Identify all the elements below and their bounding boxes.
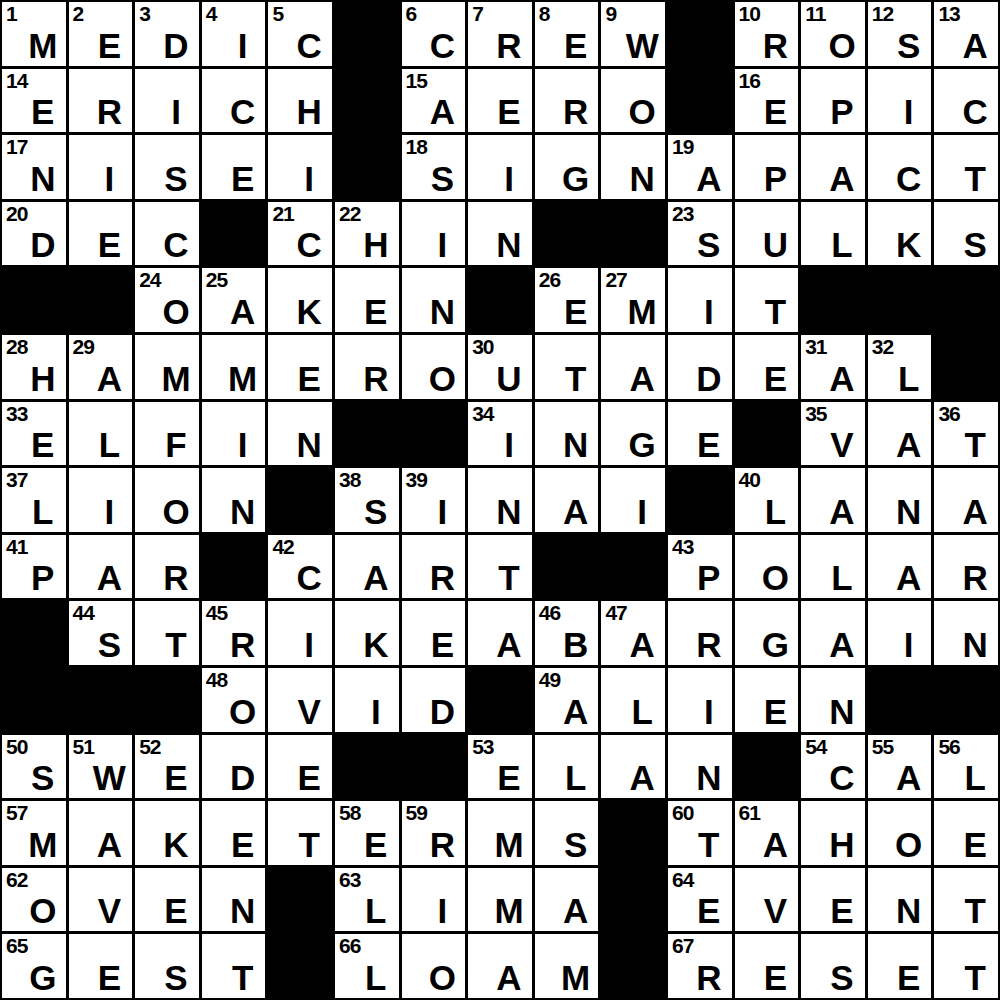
black-cell — [335, 735, 399, 799]
crossword-cell[interactable]: O — [735, 535, 799, 599]
clue-number: 7 — [472, 3, 483, 24]
crossword-cell[interactable]: 22H — [335, 202, 399, 266]
crossword-cell[interactable]: E — [735, 934, 799, 998]
crossword-cell[interactable]: 13A — [934, 2, 998, 66]
crossword-cell[interactable]: S — [135, 135, 199, 199]
crossword-cell[interactable]: H — [801, 801, 865, 865]
crossword-cell[interactable]: E — [735, 668, 799, 732]
cell-letter: N — [211, 494, 266, 529]
crossword-cell[interactable]: E — [402, 601, 466, 665]
crossword-cell[interactable]: 31A — [801, 335, 865, 399]
crossword-cell[interactable]: T — [135, 601, 199, 665]
crossword-cell[interactable]: I — [135, 69, 199, 133]
cell-letter: N — [544, 427, 599, 462]
cell-letter: E — [744, 94, 799, 129]
crossword-cell[interactable]: 18S — [402, 135, 466, 199]
clue-number: 28 — [6, 336, 27, 357]
crossword-cell[interactable]: C — [202, 69, 266, 133]
crossword-cell[interactable]: R — [535, 69, 599, 133]
cell-letter: A — [877, 427, 932, 462]
crossword-cell[interactable]: E — [934, 801, 998, 865]
clue-number: 18 — [406, 136, 427, 157]
cell-letter: C — [877, 161, 932, 196]
crossword-cell[interactable]: V — [69, 868, 133, 932]
clue-number: 32 — [872, 336, 893, 357]
cell-letter: M — [477, 827, 532, 862]
black-cell — [468, 268, 532, 332]
cell-letter: E — [544, 28, 599, 63]
black-cell — [468, 668, 532, 732]
crossword-cell[interactable]: A — [535, 468, 599, 532]
crossword-cell[interactable]: R — [934, 535, 998, 599]
crossword-cell[interactable]: 50S — [2, 735, 66, 799]
crossword-cell[interactable]: 46B — [535, 601, 599, 665]
cell-letter: A — [877, 760, 932, 795]
crossword-cell[interactable]: E — [468, 69, 532, 133]
black-cell — [335, 402, 399, 466]
crossword-cell[interactable]: T — [934, 934, 998, 998]
cell-letter: R — [943, 560, 998, 595]
crossword-cell[interactable]: C — [934, 69, 998, 133]
crossword-cell[interactable]: H — [268, 69, 332, 133]
cell-letter: O — [144, 294, 199, 329]
crossword-cell[interactable]: 56L — [934, 735, 998, 799]
crossword-cell[interactable]: 65G — [2, 934, 66, 998]
crossword-cell[interactable]: L — [69, 402, 133, 466]
clue-number: 19 — [672, 136, 693, 157]
black-cell — [868, 668, 932, 732]
crossword-cell[interactable]: 5C — [268, 2, 332, 66]
crossword-cell[interactable]: E — [735, 335, 799, 399]
cell-letter: I — [411, 227, 466, 262]
cell-letter: L — [810, 560, 865, 595]
cell-letter: M — [11, 827, 66, 862]
clue-number: 56 — [938, 736, 959, 757]
crossword-cell[interactable]: 34I — [468, 402, 532, 466]
cell-letter: L — [344, 893, 399, 928]
crossword-cell[interactable]: 25A — [202, 268, 266, 332]
crossword-cell[interactable]: R — [135, 535, 199, 599]
cell-letter: M — [544, 960, 599, 995]
cell-letter: G — [744, 627, 799, 662]
crossword-cell[interactable]: 8E — [535, 2, 599, 66]
crossword-cell[interactable]: I — [402, 202, 466, 266]
crossword-cell[interactable]: M — [468, 801, 532, 865]
crossword-cell[interactable]: L — [601, 668, 665, 732]
crossword-cell[interactable]: N — [801, 668, 865, 732]
cell-letter: I — [277, 627, 332, 662]
cell-letter: E — [277, 760, 332, 795]
crossword-cell[interactable]: G — [601, 402, 665, 466]
crossword-cell[interactable]: K — [335, 601, 399, 665]
clue-number: 34 — [472, 403, 493, 424]
crossword-cell[interactable]: 16E — [735, 69, 799, 133]
crossword-cell[interactable]: 61A — [735, 801, 799, 865]
clue-number: 22 — [339, 203, 360, 224]
crossword-cell[interactable]: T — [468, 535, 532, 599]
crossword-cell[interactable]: N — [868, 468, 932, 532]
clue-number: 25 — [206, 269, 227, 290]
crossword-cell[interactable]: P — [801, 69, 865, 133]
crossword-cell[interactable]: R — [69, 69, 133, 133]
crossword-cell[interactable]: C — [135, 202, 199, 266]
cell-letter: A — [877, 560, 932, 595]
crossword-cell[interactable]: 47A — [601, 601, 665, 665]
clue-number: 37 — [6, 469, 27, 490]
crossword-cell[interactable]: E — [268, 335, 332, 399]
crossword-cell[interactable]: 62O — [2, 868, 66, 932]
crossword-cell[interactable]: T — [202, 934, 266, 998]
crossword-cell[interactable]: A — [801, 601, 865, 665]
cell-letter: A — [744, 827, 799, 862]
cell-letter: T — [477, 560, 532, 595]
crossword-cell[interactable]: 53E — [468, 735, 532, 799]
cell-letter: R — [344, 361, 399, 396]
crossword-cell[interactable]: E — [69, 934, 133, 998]
crossword-cell[interactable]: 1M — [2, 2, 66, 66]
crossword-cell[interactable]: C — [868, 135, 932, 199]
cell-letter: T — [943, 893, 998, 928]
crossword-cell[interactable]: A — [801, 135, 865, 199]
crossword-cell[interactable]: 36T — [934, 402, 998, 466]
clue-number: 1 — [6, 3, 17, 24]
crossword-cell[interactable]: D — [202, 735, 266, 799]
crossword-cell[interactable]: T — [934, 135, 998, 199]
crossword-cell[interactable]: S — [535, 801, 599, 865]
crossword-cell[interactable]: I — [202, 402, 266, 466]
crossword-cell[interactable]: E — [69, 202, 133, 266]
crossword-cell[interactable]: 37L — [2, 468, 66, 532]
crossword-cell[interactable]: I — [868, 601, 932, 665]
crossword-cell[interactable]: A — [601, 735, 665, 799]
crossword-cell[interactable]: E — [135, 868, 199, 932]
crossword-cell[interactable]: G — [735, 601, 799, 665]
crossword-cell[interactable]: N — [668, 735, 732, 799]
cell-letter: E — [544, 294, 599, 329]
cell-letter: A — [78, 361, 133, 396]
clue-number: 9 — [605, 3, 616, 24]
cell-letter: R — [677, 627, 732, 662]
crossword-cell[interactable]: N — [601, 135, 665, 199]
crossword-cell[interactable]: N — [868, 868, 932, 932]
clue-number: 62 — [6, 869, 27, 890]
crossword-cell[interactable]: N — [535, 402, 599, 466]
crossword-cell[interactable]: I — [668, 668, 732, 732]
clue-number: 46 — [539, 602, 560, 623]
crossword-cell[interactable]: A — [934, 468, 998, 532]
black-cell — [668, 69, 732, 133]
cell-letter: V — [744, 893, 799, 928]
crossword-cell[interactable]: A — [69, 535, 133, 599]
black-cell — [934, 335, 998, 399]
clue-number: 38 — [339, 469, 360, 490]
crossword-cell[interactable]: 29A — [69, 335, 133, 399]
cell-letter: S — [144, 960, 199, 995]
cell-letter: C — [277, 560, 332, 595]
crossword-cell[interactable]: S — [934, 202, 998, 266]
crossword-cell[interactable]: 11O — [801, 2, 865, 66]
cell-letter: A — [943, 494, 998, 529]
cell-letter: O — [744, 560, 799, 595]
crossword-cell[interactable]: 63L — [335, 868, 399, 932]
cell-letter: L — [744, 494, 799, 529]
cell-letter: L — [544, 760, 599, 795]
cell-letter: B — [544, 627, 599, 662]
crossword-cell[interactable]: 55A — [868, 735, 932, 799]
cell-letter: E — [744, 960, 799, 995]
crossword-cell[interactable]: S — [135, 934, 199, 998]
crossword-cell[interactable]: E — [335, 268, 399, 332]
crossword-cell[interactable]: T — [535, 335, 599, 399]
clue-number: 36 — [938, 403, 959, 424]
crossword-cell[interactable]: K — [268, 268, 332, 332]
crossword-cell[interactable]: O — [601, 69, 665, 133]
cell-letter: T — [943, 960, 998, 995]
crossword-cell[interactable]: N — [468, 468, 532, 532]
crossword-cell[interactable]: E — [268, 735, 332, 799]
clue-number: 4 — [206, 3, 217, 24]
crossword-cell[interactable]: 45R — [202, 601, 266, 665]
crossword-cell[interactable]: M — [535, 934, 599, 998]
cell-letter: A — [677, 161, 732, 196]
crossword-cell[interactable]: R — [668, 601, 732, 665]
black-cell — [601, 202, 665, 266]
crossword-cell[interactable]: 7R — [468, 2, 532, 66]
crossword-cell[interactable]: I — [268, 601, 332, 665]
cell-letter: O — [144, 494, 199, 529]
crossword-cell[interactable]: 6C — [402, 2, 466, 66]
crossword-cell[interactable]: 4I — [202, 2, 266, 66]
crossword-cell[interactable]: I — [335, 668, 399, 732]
crossword-cell[interactable]: R — [335, 335, 399, 399]
cell-letter: S — [344, 494, 399, 529]
clue-number: 57 — [6, 802, 27, 823]
crossword-cell[interactable]: 48O — [202, 668, 266, 732]
crossword-cell[interactable]: L — [801, 202, 865, 266]
crossword-cell[interactable]: O — [402, 934, 466, 998]
crossword-cell[interactable]: 54C — [801, 735, 865, 799]
crossword-cell[interactable]: 58E — [335, 801, 399, 865]
cell-letter: H — [11, 361, 66, 396]
crossword-cell[interactable]: N — [934, 601, 998, 665]
black-cell — [934, 668, 998, 732]
cell-letter: O — [11, 893, 66, 928]
cell-letter: A — [610, 627, 665, 662]
crossword-cell[interactable]: 33E — [2, 402, 66, 466]
crossword-cell[interactable]: T — [268, 801, 332, 865]
crossword-cell[interactable]: 26E — [535, 268, 599, 332]
clue-number: 54 — [805, 736, 826, 757]
crossword-cell[interactable]: 24O — [135, 268, 199, 332]
cell-letter: L — [344, 960, 399, 995]
crossword-cell[interactable]: A — [535, 868, 599, 932]
crossword-cell[interactable]: L — [801, 535, 865, 599]
crossword-cell[interactable]: D — [668, 335, 732, 399]
cell-letter: I — [677, 694, 732, 729]
crossword-cell[interactable]: 19A — [668, 135, 732, 199]
crossword-cell[interactable]: N — [468, 202, 532, 266]
crossword-cell[interactable]: L — [535, 735, 599, 799]
crossword-cell[interactable]: N — [268, 402, 332, 466]
crossword-cell[interactable]: 67R — [668, 934, 732, 998]
cell-letter: A — [78, 827, 133, 862]
crossword-cell[interactable]: A — [468, 934, 532, 998]
cell-letter: U — [744, 227, 799, 262]
crossword-cell[interactable]: M — [202, 335, 266, 399]
crossword-cell[interactable]: E — [202, 135, 266, 199]
crossword-cell[interactable]: F — [135, 402, 199, 466]
crossword-cell[interactable]: 10R — [735, 2, 799, 66]
cell-letter: I — [78, 494, 133, 529]
clue-number: 49 — [539, 669, 560, 690]
crossword-cell[interactable]: T — [934, 868, 998, 932]
cell-letter: K — [144, 827, 199, 862]
cell-letter: V — [277, 694, 332, 729]
crossword-cell[interactable]: S — [801, 934, 865, 998]
crossword-cell[interactable]: 2E — [69, 2, 133, 66]
crossword-cell[interactable]: 59R — [402, 801, 466, 865]
crossword-cell[interactable]: V — [268, 668, 332, 732]
crossword-cell[interactable]: 30U — [468, 335, 532, 399]
cell-letter: I — [477, 161, 532, 196]
crossword-cell[interactable]: 49A — [535, 668, 599, 732]
crossword-cell[interactable]: 52E — [135, 735, 199, 799]
clue-number: 30 — [472, 336, 493, 357]
crossword-cell[interactable]: 28H — [2, 335, 66, 399]
clue-number: 63 — [339, 869, 360, 890]
cell-letter: E — [277, 361, 332, 396]
crossword-cell[interactable]: A — [69, 801, 133, 865]
crossword-cell[interactable]: I — [268, 135, 332, 199]
crossword-cell[interactable]: O — [402, 335, 466, 399]
crossword-cell[interactable]: 17N — [2, 135, 66, 199]
crossword-cell[interactable]: D — [402, 668, 466, 732]
crossword-cell[interactable]: M — [468, 868, 532, 932]
crossword-cell[interactable]: 35V — [801, 402, 865, 466]
crossword-cell[interactable]: 21C — [268, 202, 332, 266]
crossword-cell[interactable]: 9W — [601, 2, 665, 66]
crossword-cell[interactable]: 32L — [868, 335, 932, 399]
crossword-cell[interactable]: O — [135, 468, 199, 532]
crossword-cell[interactable]: O — [868, 801, 932, 865]
crossword-cell[interactable]: A — [868, 535, 932, 599]
crossword-cell[interactable]: 14E — [2, 69, 66, 133]
cell-letter: M — [11, 28, 66, 63]
crossword-cell[interactable]: T — [735, 268, 799, 332]
cell-letter: E — [11, 94, 66, 129]
crossword-cell[interactable]: K — [135, 801, 199, 865]
black-cell — [335, 2, 399, 66]
clue-number: 44 — [73, 602, 94, 623]
cell-letter: I — [211, 28, 266, 63]
crossword-cell[interactable]: I — [468, 135, 532, 199]
cell-letter: H — [810, 827, 865, 862]
cell-letter: I — [411, 494, 466, 529]
black-cell — [601, 535, 665, 599]
crossword-cell[interactable]: 15A — [402, 69, 466, 133]
crossword-cell[interactable]: I — [402, 868, 466, 932]
crossword-cell[interactable]: I — [668, 268, 732, 332]
crossword-cell[interactable]: 64E — [668, 868, 732, 932]
cell-letter: S — [144, 161, 199, 196]
cell-letter: A — [810, 161, 865, 196]
crossword-cell[interactable]: E — [202, 801, 266, 865]
crossword-cell[interactable]: 20D — [2, 202, 66, 266]
crossword-cell[interactable]: 40L — [735, 468, 799, 532]
cell-letter: L — [11, 494, 66, 529]
crossword-cell[interactable]: A — [868, 402, 932, 466]
crossword-cell[interactable]: I — [868, 69, 932, 133]
crossword-cell[interactable]: A — [601, 335, 665, 399]
crossword-cell[interactable]: 12S — [868, 2, 932, 66]
cell-letter: W — [78, 760, 133, 795]
cell-letter: A — [610, 361, 665, 396]
cell-letter: E — [144, 893, 199, 928]
cell-letter: L — [610, 694, 665, 729]
crossword-cell[interactable]: A — [468, 601, 532, 665]
cell-letter: R — [544, 94, 599, 129]
cell-letter: D — [144, 28, 199, 63]
crossword-cell[interactable]: N — [202, 468, 266, 532]
crossword-cell[interactable]: N — [402, 268, 466, 332]
crossword-cell[interactable]: E — [668, 402, 732, 466]
cell-letter: P — [677, 560, 732, 595]
crossword-cell[interactable]: I — [601, 468, 665, 532]
crossword-cell[interactable]: 42C — [268, 535, 332, 599]
crossword-cell[interactable]: 44S — [69, 601, 133, 665]
crossword-cell[interactable]: 38S — [335, 468, 399, 532]
cell-letter: P — [810, 94, 865, 129]
crossword-cell[interactable]: 23S — [668, 202, 732, 266]
crossword-cell[interactable]: 41P — [2, 535, 66, 599]
crossword-cell[interactable]: A — [335, 535, 399, 599]
cell-letter: N — [810, 694, 865, 729]
crossword-cell[interactable]: 3D — [135, 2, 199, 66]
crossword-cell[interactable]: 57M — [2, 801, 66, 865]
crossword-cell[interactable]: 39I — [402, 468, 466, 532]
clue-number: 52 — [139, 736, 160, 757]
clue-number: 29 — [73, 336, 94, 357]
crossword-cell[interactable]: V — [735, 868, 799, 932]
crossword-cell[interactable]: 43P — [668, 535, 732, 599]
crossword-cell[interactable]: N — [202, 868, 266, 932]
crossword-cell[interactable]: G — [535, 135, 599, 199]
clue-number: 51 — [73, 736, 94, 757]
crossword-cell[interactable]: I — [69, 135, 133, 199]
crossword-cell[interactable]: E — [868, 934, 932, 998]
clue-number: 10 — [739, 3, 760, 24]
crossword-cell[interactable]: P — [735, 135, 799, 199]
crossword-cell[interactable]: 51W — [69, 735, 133, 799]
black-cell — [668, 468, 732, 532]
cell-letter: E — [677, 893, 732, 928]
crossword-cell[interactable]: K — [868, 202, 932, 266]
crossword-cell[interactable]: I — [69, 468, 133, 532]
crossword-cell[interactable]: U — [735, 202, 799, 266]
crossword-cell[interactable]: M — [135, 335, 199, 399]
crossword-cell[interactable]: 27M — [601, 268, 665, 332]
clue-number: 21 — [272, 203, 293, 224]
crossword-cell[interactable]: 60T — [668, 801, 732, 865]
crossword-cell[interactable]: 66L — [335, 934, 399, 998]
crossword-cell[interactable]: A — [801, 468, 865, 532]
cell-letter: I — [78, 161, 133, 196]
cell-letter: R — [411, 560, 466, 595]
black-cell — [2, 268, 66, 332]
cell-letter: G — [610, 427, 665, 462]
crossword-cell[interactable]: R — [402, 535, 466, 599]
crossword-cell[interactable]: E — [801, 868, 865, 932]
